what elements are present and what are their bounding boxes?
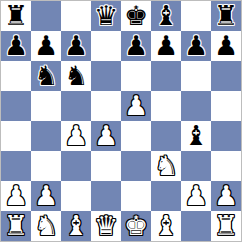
square-a1[interactable]: ♜ (1, 211, 31, 241)
square-f1[interactable]: ♝ (151, 211, 181, 241)
white-king-icon: ♚ (124, 211, 148, 241)
square-h1[interactable]: ♜ (211, 211, 241, 241)
square-c6[interactable]: ♞ (61, 61, 91, 91)
square-e2[interactable] (121, 181, 151, 211)
black-pawn-icon: ♟ (124, 31, 148, 61)
white-knight-icon: ♞ (34, 211, 58, 241)
white-queen-icon: ♛ (94, 211, 118, 241)
square-g1[interactable] (181, 211, 211, 241)
square-a7[interactable]: ♟ (1, 31, 31, 61)
square-a2[interactable]: ♟ (1, 181, 31, 211)
square-g6[interactable] (181, 61, 211, 91)
square-e1[interactable]: ♚ (121, 211, 151, 241)
square-f7[interactable]: ♟ (151, 31, 181, 61)
square-c2[interactable] (61, 181, 91, 211)
square-d8[interactable]: ♛ (91, 1, 121, 31)
square-b4[interactable] (31, 121, 61, 151)
black-king-icon: ♚ (124, 1, 148, 31)
black-pawn-icon: ♟ (184, 31, 208, 61)
black-bishop-icon: ♝ (154, 1, 178, 31)
square-b1[interactable]: ♞ (31, 211, 61, 241)
square-d7[interactable] (91, 31, 121, 61)
square-b2[interactable]: ♟ (31, 181, 61, 211)
square-c4[interactable]: ♟ (61, 121, 91, 151)
square-h8[interactable]: ♜ (211, 1, 241, 31)
square-f2[interactable] (151, 181, 181, 211)
black-pawn-icon: ♟ (154, 31, 178, 61)
square-a8[interactable]: ♜ (1, 1, 31, 31)
square-d3[interactable] (91, 151, 121, 181)
square-c7[interactable]: ♟ (61, 31, 91, 61)
black-rook-icon: ♜ (4, 1, 28, 31)
black-pawn-icon: ♟ (4, 31, 28, 61)
square-c1[interactable]: ♝ (61, 211, 91, 241)
square-a5[interactable] (1, 91, 31, 121)
square-g4[interactable]: ♝ (181, 121, 211, 151)
square-d2[interactable] (91, 181, 121, 211)
white-bishop-icon: ♝ (154, 211, 178, 241)
white-pawn-icon: ♟ (64, 121, 88, 151)
chess-board: ♜♛♚♝♜♟♟♟♟♟♟♟♞♞♟♟♟♝♞♟♟♟♟♜♞♝♛♚♝♜ (0, 0, 242, 242)
white-pawn-icon: ♟ (4, 181, 28, 211)
square-f4[interactable] (151, 121, 181, 151)
black-knight-icon: ♞ (64, 61, 88, 91)
square-e4[interactable] (121, 121, 151, 151)
white-pawn-icon: ♟ (34, 181, 58, 211)
square-g7[interactable]: ♟ (181, 31, 211, 61)
square-d1[interactable]: ♛ (91, 211, 121, 241)
square-h7[interactable]: ♟ (211, 31, 241, 61)
white-pawn-icon: ♟ (184, 181, 208, 211)
square-g8[interactable] (181, 1, 211, 31)
square-f5[interactable] (151, 91, 181, 121)
square-h3[interactable] (211, 151, 241, 181)
black-pawn-icon: ♟ (64, 31, 88, 61)
square-d4[interactable]: ♟ (91, 121, 121, 151)
black-knight-icon: ♞ (34, 61, 58, 91)
white-pawn-icon: ♟ (94, 121, 118, 151)
square-a4[interactable] (1, 121, 31, 151)
square-b6[interactable]: ♞ (31, 61, 61, 91)
black-pawn-icon: ♟ (34, 31, 58, 61)
black-queen-icon: ♛ (94, 1, 118, 31)
square-e8[interactable]: ♚ (121, 1, 151, 31)
square-b7[interactable]: ♟ (31, 31, 61, 61)
square-b3[interactable] (31, 151, 61, 181)
square-g2[interactable]: ♟ (181, 181, 211, 211)
square-f8[interactable]: ♝ (151, 1, 181, 31)
square-d5[interactable] (91, 91, 121, 121)
square-e3[interactable] (121, 151, 151, 181)
white-bishop-icon: ♝ (64, 211, 88, 241)
white-rook-icon: ♜ (4, 211, 28, 241)
square-e6[interactable] (121, 61, 151, 91)
black-pawn-icon: ♟ (214, 31, 238, 61)
white-knight-icon: ♞ (154, 151, 178, 181)
square-e5[interactable]: ♟ (121, 91, 151, 121)
square-e7[interactable]: ♟ (121, 31, 151, 61)
black-rook-icon: ♜ (214, 1, 238, 31)
square-c3[interactable] (61, 151, 91, 181)
square-h4[interactable] (211, 121, 241, 151)
square-f3[interactable]: ♞ (151, 151, 181, 181)
square-b5[interactable] (31, 91, 61, 121)
square-h6[interactable] (211, 61, 241, 91)
square-a6[interactable] (1, 61, 31, 91)
square-g5[interactable] (181, 91, 211, 121)
square-g3[interactable] (181, 151, 211, 181)
square-h2[interactable]: ♟ (211, 181, 241, 211)
black-bishop-icon: ♝ (184, 121, 208, 151)
square-b8[interactable] (31, 1, 61, 31)
white-rook-icon: ♜ (214, 211, 238, 241)
square-c8[interactable] (61, 1, 91, 31)
square-d6[interactable] (91, 61, 121, 91)
white-pawn-icon: ♟ (214, 181, 238, 211)
square-c5[interactable] (61, 91, 91, 121)
square-a3[interactable] (1, 151, 31, 181)
square-f6[interactable] (151, 61, 181, 91)
square-h5[interactable] (211, 91, 241, 121)
white-pawn-icon: ♟ (124, 91, 148, 121)
